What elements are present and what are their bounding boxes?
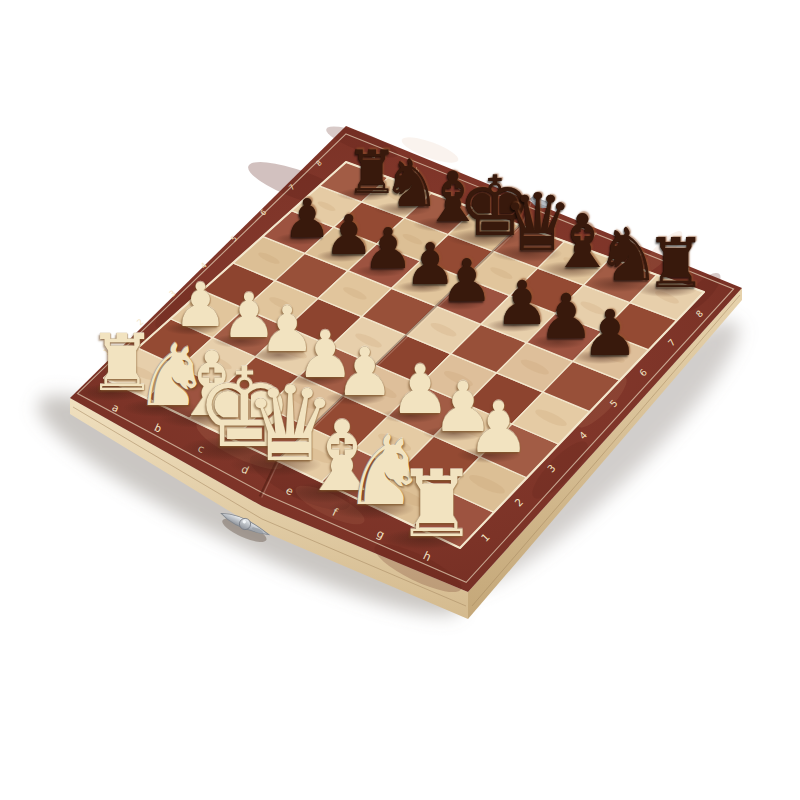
piece-black-pawn-h6[interactable]: ♟ xyxy=(582,302,639,365)
piece-white-rook-h1[interactable]: ♜ xyxy=(395,458,478,550)
piece-black-rook-h8[interactable]: ♜ xyxy=(645,230,706,299)
piece-white-pawn-e3[interactable]: ♟ xyxy=(335,339,394,405)
product-photo-stage: abcdefgh1234567812345678abcdefgh ♜♞♝♚♟♛♟… xyxy=(0,0,800,800)
piece-black-pawn-e6[interactable]: ♟ xyxy=(441,252,494,311)
